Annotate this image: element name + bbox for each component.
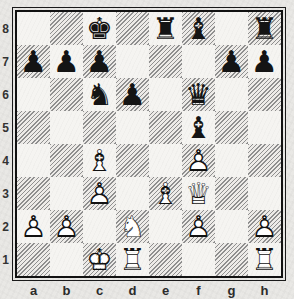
square-c1: ♚♔ [83, 243, 116, 276]
square-b2: ♟♙ [50, 210, 83, 243]
board-frame: ♚♜♝♜♟♟♟♟♟♞♟♛♝♝♗♟♙♟♙♝♗♛♕♟♙♟♙♞♘♟♙♟♙♚♔♜♖♜♖ [12, 7, 286, 281]
piece-white-queen-fill: ♛ [182, 177, 215, 210]
square-h3 [248, 177, 281, 210]
piece-white-pawn-fill: ♟ [83, 177, 116, 210]
square-c3: ♟♙ [83, 177, 116, 210]
piece-white-bishop: ♗ [149, 177, 182, 210]
piece-white-pawn-fill: ♟ [17, 210, 50, 243]
piece-white-knight: ♘ [116, 210, 149, 243]
piece-black-queen: ♛ [182, 78, 215, 111]
square-d1: ♜♖ [116, 243, 149, 276]
square-f7 [182, 45, 215, 78]
file-label-g: g [215, 283, 248, 298]
square-f1 [182, 243, 215, 276]
piece-white-pawn-fill: ♟ [248, 210, 281, 243]
square-d3 [116, 177, 149, 210]
rank-label-3: 3 [0, 177, 11, 210]
piece-black-king: ♚ [83, 12, 116, 45]
square-g8 [215, 12, 248, 45]
square-h7: ♟ [248, 45, 281, 78]
square-f8: ♝ [182, 12, 215, 45]
square-c2 [83, 210, 116, 243]
piece-white-pawn: ♙ [182, 210, 215, 243]
square-a8 [17, 12, 50, 45]
square-a3 [17, 177, 50, 210]
square-e1 [149, 243, 182, 276]
piece-black-rook: ♜ [248, 12, 281, 45]
square-g1 [215, 243, 248, 276]
square-c6: ♞ [83, 78, 116, 111]
square-b3 [50, 177, 83, 210]
square-b5 [50, 111, 83, 144]
square-e3: ♝♗ [149, 177, 182, 210]
file-label-h: h [248, 283, 281, 298]
rank-label-8: 8 [0, 12, 11, 45]
rank-label-2: 2 [0, 210, 11, 243]
piece-white-pawn-fill: ♟ [182, 144, 215, 177]
piece-white-pawn-fill: ♟ [50, 210, 83, 243]
square-a2: ♟♙ [17, 210, 50, 243]
square-g2 [215, 210, 248, 243]
piece-black-knight: ♞ [83, 78, 116, 111]
chess-diagram: ♚♜♝♜♟♟♟♟♟♞♟♛♝♝♗♟♙♟♙♝♗♛♕♟♙♟♙♞♘♟♙♟♙♚♔♜♖♜♖ … [0, 0, 294, 299]
square-c4: ♝♗ [83, 144, 116, 177]
file-label-e: e [149, 283, 182, 298]
piece-black-pawn: ♟ [248, 45, 281, 78]
square-g6 [215, 78, 248, 111]
piece-white-queen: ♕ [182, 177, 215, 210]
square-h4 [248, 144, 281, 177]
square-d7 [116, 45, 149, 78]
piece-white-pawn: ♙ [248, 210, 281, 243]
file-label-d: d [116, 283, 149, 298]
piece-white-knight-fill: ♞ [116, 210, 149, 243]
square-h8: ♜ [248, 12, 281, 45]
square-h1: ♜♖ [248, 243, 281, 276]
square-c5 [83, 111, 116, 144]
square-f2: ♟♙ [182, 210, 215, 243]
square-b7: ♟ [50, 45, 83, 78]
square-f6: ♛ [182, 78, 215, 111]
square-f4: ♟♙ [182, 144, 215, 177]
piece-white-bishop-fill: ♝ [149, 177, 182, 210]
square-h5 [248, 111, 281, 144]
square-e2 [149, 210, 182, 243]
square-a5 [17, 111, 50, 144]
square-h6 [248, 78, 281, 111]
square-b4 [50, 144, 83, 177]
rank-label-6: 6 [0, 78, 11, 111]
piece-white-king: ♔ [83, 243, 116, 276]
square-b6 [50, 78, 83, 111]
square-a4 [17, 144, 50, 177]
piece-black-bishop: ♝ [182, 12, 215, 45]
square-a7: ♟ [17, 45, 50, 78]
piece-black-bishop: ♝ [182, 111, 215, 144]
square-e4 [149, 144, 182, 177]
rank-label-1: 1 [0, 243, 11, 276]
rank-label-7: 7 [0, 45, 11, 78]
square-g4 [215, 144, 248, 177]
piece-white-rook: ♖ [116, 243, 149, 276]
square-d6: ♟ [116, 78, 149, 111]
file-label-b: b [50, 283, 83, 298]
piece-white-pawn: ♙ [182, 144, 215, 177]
file-label-c: c [83, 283, 116, 298]
square-e7 [149, 45, 182, 78]
square-f5: ♝ [182, 111, 215, 144]
square-d2: ♞♘ [116, 210, 149, 243]
board-border: ♚♜♝♜♟♟♟♟♟♞♟♛♝♝♗♟♙♟♙♝♗♛♕♟♙♟♙♞♘♟♙♟♙♚♔♜♖♜♖ [15, 10, 283, 278]
square-e8: ♜ [149, 12, 182, 45]
piece-white-bishop: ♗ [83, 144, 116, 177]
piece-black-pawn: ♟ [50, 45, 83, 78]
square-a6 [17, 78, 50, 111]
chess-board: ♚♜♝♜♟♟♟♟♟♞♟♛♝♝♗♟♙♟♙♝♗♛♕♟♙♟♙♞♘♟♙♟♙♚♔♜♖♜♖ [17, 12, 281, 276]
file-label-f: f [182, 283, 215, 298]
piece-white-pawn: ♙ [83, 177, 116, 210]
piece-black-pawn: ♟ [17, 45, 50, 78]
square-a1 [17, 243, 50, 276]
piece-white-king-fill: ♚ [83, 243, 116, 276]
square-c8: ♚ [83, 12, 116, 45]
piece-white-rook-fill: ♜ [248, 243, 281, 276]
piece-black-pawn: ♟ [215, 45, 248, 78]
piece-white-bishop-fill: ♝ [83, 144, 116, 177]
square-e6 [149, 78, 182, 111]
square-g7: ♟ [215, 45, 248, 78]
square-d4 [116, 144, 149, 177]
piece-white-pawn: ♙ [17, 210, 50, 243]
file-label-a: a [17, 283, 50, 298]
square-g5 [215, 111, 248, 144]
square-b8 [50, 12, 83, 45]
square-b1 [50, 243, 83, 276]
piece-white-rook: ♖ [248, 243, 281, 276]
square-c7: ♟ [83, 45, 116, 78]
square-d5 [116, 111, 149, 144]
piece-white-pawn: ♙ [50, 210, 83, 243]
square-e5 [149, 111, 182, 144]
piece-black-pawn: ♟ [116, 78, 149, 111]
rank-label-4: 4 [0, 144, 11, 177]
square-h2: ♟♙ [248, 210, 281, 243]
rank-label-5: 5 [0, 111, 11, 144]
piece-white-rook-fill: ♜ [116, 243, 149, 276]
piece-black-rook: ♜ [149, 12, 182, 45]
square-d8 [116, 12, 149, 45]
piece-white-pawn-fill: ♟ [182, 210, 215, 243]
square-g3 [215, 177, 248, 210]
square-f3: ♛♕ [182, 177, 215, 210]
piece-black-pawn: ♟ [83, 45, 116, 78]
